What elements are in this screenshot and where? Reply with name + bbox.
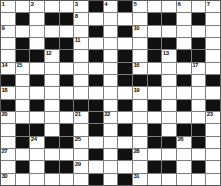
clue-number-10: 10 (134, 25, 140, 32)
black-cell-r1c4 (60, 13, 74, 24)
black-cell-r3c1 (16, 38, 30, 49)
white-cell-r3c14[interactable] (206, 38, 220, 49)
white-cell-r7c10[interactable] (148, 87, 162, 98)
black-cell-r13c3 (45, 161, 59, 172)
white-cell-r0c14[interactable]: 7 (206, 1, 220, 12)
clue-number-26: 26 (178, 136, 184, 143)
white-cell-r13c9[interactable] (133, 161, 147, 172)
white-cell-r5c2[interactable] (30, 63, 44, 74)
white-cell-r3c8[interactable] (118, 38, 132, 49)
black-cell-r11c4 (60, 137, 74, 148)
white-cell-r7c12[interactable] (177, 87, 191, 98)
white-cell-r0c9[interactable]: 5 (133, 1, 147, 12)
white-cell-r14c7[interactable] (104, 174, 118, 185)
white-cell-r4c3[interactable]: 12 (45, 50, 59, 61)
clue-number-22: 22 (104, 111, 110, 118)
white-cell-r1c9[interactable] (133, 13, 147, 24)
white-cell-r9c12[interactable] (177, 112, 191, 123)
white-cell-r14c3[interactable] (45, 174, 59, 185)
black-cell-r4c1 (16, 50, 30, 61)
white-cell-r0c2[interactable]: 2 (30, 1, 44, 12)
white-cell-r11c0[interactable] (1, 137, 15, 148)
white-cell-r14c13[interactable] (192, 174, 206, 185)
white-cell-r8c13[interactable] (192, 100, 206, 111)
white-cell-r12c10[interactable] (148, 149, 162, 160)
white-cell-r9c1[interactable] (16, 112, 30, 123)
black-cell-r6c10 (148, 75, 162, 86)
white-cell-r5c4[interactable] (60, 63, 74, 74)
black-cell-r12c6 (89, 149, 103, 160)
white-cell-r9c4[interactable] (60, 112, 74, 123)
white-cell-r6c3[interactable] (45, 75, 59, 86)
black-cell-r4c4 (60, 50, 74, 61)
white-cell-r8c3[interactable] (45, 100, 59, 111)
black-cell-r1c13 (192, 13, 206, 24)
black-cell-r2c6 (89, 26, 103, 37)
white-cell-r14c5[interactable] (74, 174, 88, 185)
black-cell-r0c8 (118, 1, 132, 12)
white-cell-r5c11[interactable] (162, 63, 176, 74)
white-cell-r2c1[interactable] (16, 26, 30, 37)
white-cell-r2c7[interactable] (104, 26, 118, 37)
white-cell-r13c6[interactable] (89, 161, 103, 172)
white-cell-r14c12[interactable] (177, 174, 191, 185)
black-cell-r3c10 (148, 38, 162, 49)
black-cell-r4c13 (192, 50, 206, 61)
white-cell-r2c9[interactable]: 10 (133, 26, 147, 37)
white-cell-r13c8[interactable] (118, 161, 132, 172)
white-cell-r0c3[interactable] (45, 1, 59, 12)
clue-number-6: 6 (178, 1, 181, 8)
white-cell-r5c10[interactable] (148, 63, 162, 74)
white-cell-r9c5[interactable]: 21 (74, 112, 88, 123)
black-cell-r3c3 (45, 38, 59, 49)
white-cell-r7c5[interactable] (74, 87, 88, 98)
clue-number-11: 11 (75, 37, 80, 44)
black-cell-r4c10 (148, 50, 162, 61)
white-cell-r0c13[interactable] (192, 1, 206, 12)
clue-number-12: 12 (46, 50, 52, 57)
white-cell-r14c11[interactable] (162, 174, 176, 185)
white-cell-r5c9[interactable]: 16 (133, 63, 147, 74)
white-cell-r7c7[interactable] (104, 87, 118, 98)
white-cell-r12c9[interactable]: 28 (133, 149, 147, 160)
clue-number-14: 14 (2, 62, 8, 69)
white-cell-r2c10[interactable] (148, 26, 162, 37)
black-cell-r8c12 (177, 100, 191, 111)
black-cell-r3c4 (60, 38, 74, 49)
white-cell-r9c11[interactable] (162, 112, 176, 123)
white-cell-r11c7[interactable] (104, 137, 118, 148)
black-cell-r10c1 (16, 124, 30, 135)
white-cell-r11c9[interactable] (133, 137, 147, 148)
white-cell-r10c7[interactable] (104, 124, 118, 135)
white-cell-r12c5[interactable] (74, 149, 88, 160)
white-cell-r2c4[interactable] (60, 26, 74, 37)
clue-number-18: 18 (2, 87, 8, 94)
white-cell-r11c5[interactable]: 25 (74, 137, 88, 148)
white-cell-r14c0[interactable]: 30 (1, 174, 15, 185)
white-cell-r7c6[interactable] (89, 87, 103, 98)
clue-number-7: 7 (207, 1, 210, 8)
white-cell-r5c5[interactable] (74, 63, 88, 74)
white-cell-r4c7[interactable] (104, 50, 118, 61)
clue-number-31: 31 (134, 173, 140, 180)
white-cell-r7c9[interactable]: 19 (133, 87, 147, 98)
clue-number-23: 23 (207, 111, 213, 118)
white-cell-r11c8[interactable] (118, 137, 132, 148)
white-cell-r12c1[interactable] (16, 149, 30, 160)
black-cell-r6c9 (133, 75, 147, 86)
black-cell-r9c6 (89, 112, 103, 123)
black-cell-r10c2 (30, 124, 44, 135)
black-cell-r13c13 (192, 161, 206, 172)
white-cell-r0c11[interactable] (162, 1, 176, 12)
black-cell-r13c1 (16, 161, 30, 172)
black-cell-r8c14 (206, 100, 220, 111)
white-cell-r7c4[interactable] (60, 87, 74, 98)
white-cell-r5c6[interactable] (89, 63, 103, 74)
white-cell-r13c12[interactable] (177, 161, 191, 172)
clue-number-27: 27 (2, 148, 8, 155)
white-cell-r2c5[interactable] (74, 26, 88, 37)
black-cell-r6c0 (1, 75, 15, 86)
black-cell-r11c10 (148, 137, 162, 148)
white-cell-r6c13[interactable] (192, 75, 206, 86)
black-cell-r6c6 (89, 75, 103, 86)
white-cell-r7c13[interactable] (192, 87, 206, 98)
white-cell-r10c11[interactable] (162, 124, 176, 135)
white-cell-r13c0[interactable] (1, 161, 15, 172)
clue-number-4: 4 (104, 1, 107, 8)
white-cell-r14c10[interactable] (148, 174, 162, 185)
white-cell-r7c8[interactable] (118, 87, 132, 98)
white-cell-r14c4[interactable] (60, 174, 74, 185)
white-cell-r8c9[interactable] (133, 100, 147, 111)
white-cell-r3c9[interactable] (133, 38, 147, 49)
white-cell-r10c5[interactable] (74, 124, 88, 135)
black-cell-r12c8 (118, 149, 132, 160)
black-cell-r11c1 (16, 137, 30, 148)
white-cell-r7c3[interactable] (45, 87, 59, 98)
white-cell-r5c12[interactable] (177, 63, 191, 74)
white-cell-r2c13[interactable] (192, 26, 206, 37)
white-cell-r2c11[interactable] (162, 26, 176, 37)
white-cell-r14c9[interactable]: 31 (133, 174, 147, 185)
white-cell-r9c0[interactable]: 20 (1, 112, 15, 123)
clue-number-5: 5 (134, 1, 137, 8)
white-cell-r6c1[interactable] (16, 75, 30, 86)
white-cell-r1c5[interactable]: 8 (74, 13, 88, 24)
white-cell-r12c12[interactable] (177, 149, 191, 160)
white-cell-r0c4[interactable] (60, 1, 74, 12)
white-cell-r3c7[interactable] (104, 38, 118, 49)
white-cell-r12c0[interactable]: 27 (1, 149, 15, 160)
white-cell-r12c4[interactable] (60, 149, 74, 160)
white-cell-r12c2[interactable] (30, 149, 44, 160)
black-cell-r2c8 (118, 26, 132, 37)
white-cell-r1c0[interactable] (1, 13, 15, 24)
white-cell-r7c0[interactable]: 18 (1, 87, 15, 98)
black-cell-r1c11 (162, 13, 176, 24)
black-cell-r1c1 (16, 13, 30, 24)
clue-number-28: 28 (134, 148, 140, 155)
black-cell-r11c3 (45, 137, 59, 148)
white-cell-r1c7[interactable] (104, 13, 118, 24)
crossword-grid: 1234567891011121314151617181920212223242… (0, 0, 221, 186)
white-cell-r2c14[interactable] (206, 26, 220, 37)
clue-number-17: 17 (192, 62, 198, 69)
white-cell-r6c7[interactable] (104, 75, 118, 86)
white-cell-r14c1[interactable] (16, 174, 30, 185)
white-cell-r2c12[interactable] (177, 26, 191, 37)
white-cell-r14c14[interactable] (206, 174, 220, 185)
white-cell-r10c9[interactable] (133, 124, 147, 135)
white-cell-r5c0[interactable]: 14 (1, 63, 15, 74)
black-cell-r10c8 (118, 124, 132, 135)
white-cell-r0c10[interactable] (148, 1, 162, 12)
white-cell-r5c3[interactable] (45, 63, 59, 74)
clue-number-24: 24 (31, 136, 37, 143)
black-cell-r13c4 (60, 161, 74, 172)
white-cell-r1c14[interactable] (206, 13, 220, 24)
black-cell-r8c4 (60, 100, 74, 111)
black-cell-r8c0 (1, 100, 15, 111)
black-cell-r10c6 (89, 124, 103, 135)
white-cell-r6c11[interactable] (162, 75, 176, 86)
clue-number-15: 15 (16, 62, 22, 69)
clue-number-16: 16 (134, 62, 140, 69)
black-cell-r6c4 (60, 75, 74, 86)
black-cell-r11c13 (192, 137, 206, 148)
white-cell-r6c5[interactable] (74, 75, 88, 86)
white-cell-r5c1[interactable]: 15 (16, 63, 30, 74)
clue-number-29: 29 (75, 161, 81, 168)
clue-number-3: 3 (75, 1, 78, 8)
white-cell-r11c6[interactable] (89, 137, 103, 148)
white-cell-r5c13[interactable]: 17 (192, 63, 206, 74)
black-cell-r4c8 (118, 50, 132, 61)
white-cell-r4c9[interactable] (133, 50, 147, 61)
white-cell-r12c7[interactable] (104, 149, 118, 160)
black-cell-r0c6 (89, 1, 103, 12)
clue-number-19: 19 (134, 87, 140, 94)
black-cell-r10c13 (192, 124, 206, 135)
white-cell-r13c5[interactable]: 29 (74, 161, 88, 172)
white-cell-r0c5[interactable]: 3 (74, 1, 88, 12)
black-cell-r8c6 (89, 100, 103, 111)
black-cell-r6c2 (30, 75, 44, 86)
white-cell-r2c3[interactable] (45, 26, 59, 37)
clue-number-30: 30 (2, 173, 8, 180)
white-cell-r1c8[interactable] (118, 13, 132, 24)
white-cell-r12c14[interactable] (206, 149, 220, 160)
white-cell-r14c2[interactable] (30, 174, 44, 185)
white-cell-r13c7[interactable] (104, 161, 118, 172)
white-cell-r9c9[interactable] (133, 112, 147, 123)
white-cell-r9c8[interactable] (118, 112, 132, 123)
white-cell-r0c0[interactable]: 1 (1, 1, 15, 12)
white-cell-r3c2[interactable] (30, 38, 44, 49)
clue-number-25: 25 (75, 136, 81, 143)
white-cell-r2c0[interactable]: 9 (1, 26, 15, 37)
white-cell-r4c14[interactable] (206, 50, 220, 61)
white-cell-r1c2[interactable] (30, 13, 44, 24)
white-cell-r10c0[interactable] (1, 124, 15, 135)
white-cell-r4c0[interactable] (1, 50, 15, 61)
white-cell-r2c2[interactable] (30, 26, 44, 37)
white-cell-r11c12[interactable]: 26 (177, 137, 191, 148)
black-cell-r13c10 (148, 161, 162, 172)
black-cell-r4c12 (177, 50, 191, 61)
white-cell-r12c13[interactable] (192, 149, 206, 160)
white-cell-r7c2[interactable] (30, 87, 44, 98)
white-cell-r5c14[interactable] (206, 63, 220, 74)
white-cell-r9c13[interactable] (192, 112, 206, 123)
clue-number-20: 20 (2, 111, 8, 118)
white-cell-r10c3[interactable] (45, 124, 59, 135)
black-cell-r1c3 (45, 13, 59, 24)
clue-number-9: 9 (2, 25, 5, 32)
white-cell-r11c2[interactable]: 24 (30, 137, 44, 148)
white-cell-r11c14[interactable] (206, 137, 220, 148)
white-cell-r7c11[interactable] (162, 87, 176, 98)
black-cell-r8c2 (30, 100, 44, 111)
black-cell-r4c2 (30, 50, 44, 61)
white-cell-r8c11[interactable] (162, 100, 176, 111)
white-cell-r8c1[interactable] (16, 100, 30, 111)
white-cell-r12c11[interactable] (162, 149, 176, 160)
white-cell-r4c5[interactable] (74, 50, 88, 61)
black-cell-r6c12 (177, 75, 191, 86)
black-cell-r3c13 (192, 38, 206, 49)
white-cell-r3c0[interactable] (1, 38, 15, 49)
white-cell-r7c14[interactable] (206, 87, 220, 98)
black-cell-r14c8 (118, 174, 132, 185)
black-cell-r8c5 (74, 100, 88, 111)
white-cell-r0c12[interactable]: 6 (177, 1, 191, 12)
white-cell-r4c11[interactable]: 13 (162, 50, 176, 61)
white-cell-r9c10[interactable] (148, 112, 162, 123)
black-cell-r8c8 (118, 100, 132, 111)
white-cell-r1c6[interactable] (89, 13, 103, 24)
white-cell-r3c5[interactable]: 11 (74, 38, 88, 49)
black-cell-r3c11 (162, 38, 176, 49)
white-cell-r9c14[interactable]: 23 (206, 112, 220, 123)
black-cell-r6c14 (206, 75, 220, 86)
black-cell-r6c8 (118, 75, 132, 86)
clue-number-8: 8 (75, 13, 78, 20)
black-cell-r8c10 (148, 100, 162, 111)
black-cell-r10c4 (60, 124, 74, 135)
white-cell-r13c2[interactable] (30, 161, 44, 172)
clue-number-2: 2 (31, 1, 34, 8)
white-cell-r8c7[interactable] (104, 100, 118, 111)
black-cell-r13c11 (162, 161, 176, 172)
white-cell-r9c2[interactable] (30, 112, 44, 123)
black-cell-r10c10 (148, 124, 162, 135)
white-cell-r0c7[interactable]: 4 (104, 1, 118, 12)
white-cell-r12c3[interactable] (45, 149, 59, 160)
white-cell-r5c7[interactable] (104, 63, 118, 74)
white-cell-r9c3[interactable] (45, 112, 59, 123)
black-cell-r11c11 (162, 137, 176, 148)
white-cell-r9c7[interactable]: 22 (104, 112, 118, 123)
white-cell-r7c1[interactable] (16, 87, 30, 98)
black-cell-r14c6 (89, 174, 103, 185)
black-cell-r1c10 (148, 13, 162, 24)
clue-number-1: 1 (2, 1, 5, 8)
clue-number-13: 13 (163, 50, 169, 57)
white-cell-r0c1[interactable] (16, 1, 30, 12)
black-cell-r4c6 (89, 50, 103, 61)
white-cell-r1c12[interactable] (177, 13, 191, 24)
white-cell-r10c14[interactable] (206, 124, 220, 135)
white-cell-r13c14[interactable] (206, 161, 220, 172)
clue-number-21: 21 (75, 111, 81, 118)
white-cell-r3c6[interactable] (89, 38, 103, 49)
black-cell-r5c8 (118, 63, 132, 74)
white-cell-r3c12[interactable] (177, 38, 191, 49)
black-cell-r10c12 (177, 124, 191, 135)
